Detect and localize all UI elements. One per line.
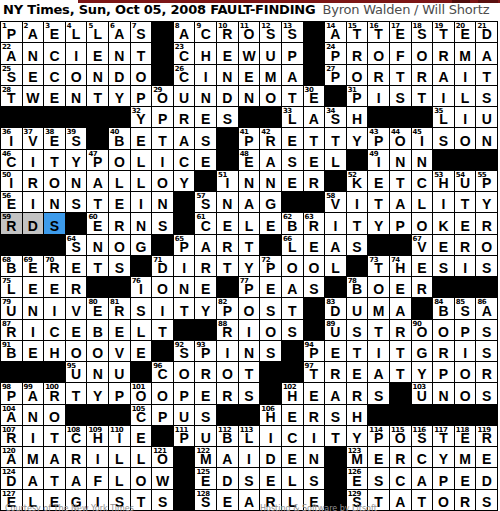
grid-cell[interactable]: 43P: [368, 128, 389, 148]
grid-cell[interactable]: 5L: [87, 22, 108, 42]
grid-cell[interactable]: A: [66, 468, 87, 488]
grid-cell[interactable]: S: [195, 128, 216, 148]
grid-cell[interactable]: L: [325, 150, 346, 170]
grid-cell[interactable]: S: [347, 320, 368, 340]
grid-cell[interactable]: 7S: [131, 22, 152, 42]
grid-cell[interactable]: P: [109, 383, 130, 403]
grid-cell[interactable]: 110I: [109, 426, 130, 446]
grid-cell[interactable]: N: [23, 405, 44, 425]
grid-cell[interactable]: 125E: [195, 468, 216, 488]
grid-cell[interactable]: S: [282, 150, 303, 170]
grid-cell[interactable]: U: [195, 426, 216, 446]
grid-cell[interactable]: T: [239, 362, 260, 382]
grid-cell[interactable]: I: [152, 150, 173, 170]
grid-cell[interactable]: I: [131, 192, 152, 212]
grid-cell[interactable]: Y: [412, 362, 433, 382]
grid-cell[interactable]: U: [260, 43, 281, 63]
grid-cell[interactable]: 18S: [412, 22, 433, 42]
grid-cell[interactable]: N: [217, 192, 238, 212]
grid-cell[interactable]: R: [325, 362, 346, 382]
grid-cell[interactable]: T: [390, 171, 411, 191]
grid-cell[interactable]: 6A: [109, 22, 130, 42]
grid-cell[interactable]: L: [282, 468, 303, 488]
grid-cell[interactable]: 31P: [347, 86, 368, 106]
grid-cell[interactable]: F: [87, 468, 108, 488]
grid-cell[interactable]: H: [195, 43, 216, 63]
grid-cell[interactable]: 64S: [66, 235, 87, 255]
grid-cell[interactable]: S: [239, 468, 260, 488]
grid-cell[interactable]: T: [412, 86, 433, 106]
grid-cell[interactable]: R: [368, 65, 389, 85]
grid-cell[interactable]: O: [260, 86, 281, 106]
grid-cell[interactable]: N: [390, 150, 411, 170]
grid-cell[interactable]: S: [347, 235, 368, 255]
grid-cell[interactable]: 50I: [1, 171, 22, 191]
grid-cell[interactable]: T: [476, 65, 497, 85]
grid-cell[interactable]: E: [282, 405, 303, 425]
grid-cell[interactable]: N: [239, 171, 260, 191]
grid-cell[interactable]: L: [455, 86, 476, 106]
grid-cell[interactable]: 23C: [174, 43, 195, 63]
grid-cell[interactable]: 14A: [325, 22, 346, 42]
grid-cell[interactable]: E: [304, 383, 325, 403]
grid-cell[interactable]: S: [282, 320, 303, 340]
grid-cell[interactable]: E: [347, 362, 368, 382]
grid-cell[interactable]: I: [347, 192, 368, 212]
grid-cell[interactable]: 124D: [1, 468, 22, 488]
grid-cell[interactable]: I: [66, 43, 87, 63]
grid-cell[interactable]: 75L: [1, 277, 22, 297]
grid-cell[interactable]: A: [195, 235, 216, 255]
grid-cell[interactable]: O: [476, 235, 497, 255]
grid-cell[interactable]: 27P: [325, 65, 346, 85]
grid-cell[interactable]: P: [433, 468, 454, 488]
grid-cell[interactable]: O: [152, 383, 173, 403]
grid-cell[interactable]: 88R: [217, 320, 238, 340]
grid-cell[interactable]: S: [476, 341, 497, 361]
grid-cell[interactable]: 41P: [239, 128, 260, 148]
grid-cell[interactable]: R: [433, 341, 454, 361]
grid-cell[interactable]: 109H: [87, 426, 108, 446]
grid-cell[interactable]: A: [390, 192, 411, 212]
grid-cell[interactable]: N: [260, 171, 281, 191]
grid-cell[interactable]: E: [325, 341, 346, 361]
grid-cell[interactable]: T: [304, 128, 325, 148]
grid-cell[interactable]: 100R: [44, 383, 65, 403]
grid-cell[interactable]: Y: [174, 171, 195, 191]
grid-cell[interactable]: M: [455, 43, 476, 63]
grid-cell[interactable]: 93P: [195, 341, 216, 361]
grid-cell[interactable]: Y: [368, 213, 389, 233]
grid-cell[interactable]: I: [260, 426, 281, 446]
grid-cell[interactable]: I: [23, 320, 44, 340]
grid-cell[interactable]: 47P: [87, 150, 108, 170]
grid-cell[interactable]: R: [23, 171, 44, 191]
grid-cell[interactable]: 96C: [152, 362, 173, 382]
grid-cell[interactable]: 33L: [282, 107, 303, 127]
grid-cell[interactable]: T: [44, 150, 65, 170]
grid-cell[interactable]: M: [368, 298, 389, 318]
grid-cell[interactable]: T: [282, 298, 303, 318]
grid-cell[interactable]: T: [347, 213, 368, 233]
grid-cell[interactable]: 113L: [239, 426, 260, 446]
grid-cell[interactable]: R: [109, 213, 130, 233]
grid-cell[interactable]: 78B: [347, 277, 368, 297]
grid-cell[interactable]: S: [109, 256, 130, 276]
grid-cell[interactable]: 62B: [282, 213, 303, 233]
grid-cell[interactable]: O: [131, 468, 152, 488]
grid-cell[interactable]: 26C: [174, 65, 195, 85]
grid-cell[interactable]: 22A: [1, 43, 22, 63]
grid-cell[interactable]: C: [44, 65, 65, 85]
grid-cell[interactable]: T: [390, 341, 411, 361]
grid-cell[interactable]: T: [87, 192, 108, 212]
grid-cell[interactable]: S: [304, 468, 325, 488]
grid-cell[interactable]: O: [66, 341, 87, 361]
grid-cell[interactable]: R: [476, 362, 497, 382]
grid-cell[interactable]: R: [347, 383, 368, 403]
grid-cell[interactable]: S: [239, 383, 260, 403]
grid-cell[interactable]: 16T: [368, 22, 389, 42]
grid-cell[interactable]: F: [390, 43, 411, 63]
grid-cell[interactable]: N: [87, 65, 108, 85]
grid-cell[interactable]: 98P: [1, 383, 22, 403]
grid-cell[interactable]: U: [109, 362, 130, 382]
grid-cell[interactable]: O: [66, 65, 87, 85]
grid-cell[interactable]: E: [455, 468, 476, 488]
grid-cell[interactable]: O: [412, 43, 433, 63]
grid-cell[interactable]: 10R: [217, 22, 238, 42]
grid-cell[interactable]: E: [195, 383, 216, 403]
grid-cell[interactable]: 29O: [152, 86, 173, 106]
grid-cell[interactable]: T: [455, 192, 476, 212]
grid-cell[interactable]: A: [239, 192, 260, 212]
grid-cell[interactable]: 97T: [304, 362, 325, 382]
grid-cell[interactable]: 120A: [1, 447, 22, 467]
grid-cell[interactable]: P: [455, 320, 476, 340]
grid-cell[interactable]: N: [23, 43, 44, 63]
grid-cell[interactable]: S: [304, 277, 325, 297]
grid-cell[interactable]: G: [260, 192, 281, 212]
grid-cell[interactable]: S: [476, 320, 497, 340]
grid-cell[interactable]: O: [412, 213, 433, 233]
grid-cell[interactable]: 20E: [455, 22, 476, 42]
grid-cell[interactable]: T: [368, 320, 389, 340]
grid-cell[interactable]: N: [66, 86, 87, 106]
grid-cell[interactable]: N: [131, 213, 152, 233]
grid-cell[interactable]: O: [217, 362, 238, 382]
grid-cell[interactable]: O: [109, 150, 130, 170]
grid-cell[interactable]: 30E: [304, 86, 325, 106]
grid-cell[interactable]: E: [476, 447, 497, 467]
grid-cell[interactable]: 74H: [390, 256, 411, 276]
grid-cell[interactable]: T: [239, 235, 260, 255]
grid-cell[interactable]: Y: [239, 256, 260, 276]
grid-cell[interactable]: O: [109, 235, 130, 255]
grid-cell[interactable]: B: [87, 320, 108, 340]
grid-cell[interactable]: R: [476, 213, 497, 233]
grid-cell[interactable]: T: [390, 65, 411, 85]
grid-cell[interactable]: R: [174, 107, 195, 127]
grid-cell[interactable]: 107R: [1, 426, 22, 446]
grid-cell[interactable]: E: [131, 128, 152, 148]
grid-cell[interactable]: N: [87, 235, 108, 255]
grid-cell[interactable]: R: [412, 277, 433, 297]
grid-cell[interactable]: Y: [109, 86, 130, 106]
grid-cell[interactable]: I: [304, 426, 325, 446]
grid-cell[interactable]: 70R: [44, 256, 65, 276]
grid-cell[interactable]: E: [282, 447, 303, 467]
grid-cell[interactable]: O: [368, 277, 389, 297]
grid-cell[interactable]: N: [433, 383, 454, 403]
grid-cell[interactable]: E: [23, 65, 44, 85]
grid-cell[interactable]: T: [368, 192, 389, 212]
grid-cell[interactable]: 83D: [325, 298, 346, 318]
grid-cell[interactable]: R: [433, 43, 454, 63]
grid-cell[interactable]: O: [87, 341, 108, 361]
grid-cell[interactable]: 15T: [347, 22, 368, 42]
grid-cell[interactable]: O: [260, 320, 281, 340]
grid-cell[interactable]: I: [455, 256, 476, 276]
grid-cell[interactable]: 92S: [174, 341, 195, 361]
grid-cell[interactable]: I: [368, 341, 389, 361]
grid-cell[interactable]: O: [304, 256, 325, 276]
grid-cell[interactable]: W: [239, 43, 260, 63]
grid-cell[interactable]: 32Y: [131, 107, 152, 127]
grid-cell[interactable]: 17E: [390, 22, 411, 42]
grid-cell[interactable]: 63R: [304, 213, 325, 233]
grid-cell[interactable]: 90O: [412, 320, 433, 340]
grid-cell[interactable]: 12S: [260, 22, 281, 42]
grid-cell[interactable]: P: [174, 383, 195, 403]
grid-cell[interactable]: 25S: [1, 65, 22, 85]
grid-cell[interactable]: S: [476, 86, 497, 106]
grid-cell[interactable]: S: [152, 213, 173, 233]
grid-cell[interactable]: 2A: [23, 22, 44, 42]
grid-cell[interactable]: S: [195, 405, 216, 425]
grid-cell[interactable]: S: [390, 86, 411, 106]
grid-cell[interactable]: D: [476, 468, 497, 488]
grid-cell[interactable]: 81R: [109, 298, 130, 318]
grid-cell[interactable]: A: [44, 447, 65, 467]
grid-cell[interactable]: Y: [195, 298, 216, 318]
grid-cell[interactable]: 35L: [433, 107, 454, 127]
grid-cell[interactable]: Y: [66, 150, 87, 170]
grid-cell[interactable]: 121O: [152, 447, 173, 467]
grid-cell[interactable]: 28T: [1, 86, 22, 106]
grid-cell[interactable]: 82P: [217, 298, 238, 318]
grid-cell[interactable]: E: [390, 277, 411, 297]
grid-cell[interactable]: E: [109, 192, 130, 212]
grid-cell[interactable]: 45I: [412, 128, 433, 148]
grid-cell[interactable]: N: [239, 341, 260, 361]
grid-cell[interactable]: L: [109, 171, 130, 191]
grid-cell[interactable]: N: [87, 362, 108, 382]
grid-cell[interactable]: E: [282, 128, 303, 148]
grid-cell[interactable]: 87R: [1, 320, 22, 340]
grid-cell[interactable]: E: [455, 213, 476, 233]
grid-cell[interactable]: M: [455, 447, 476, 467]
grid-cell[interactable]: H: [347, 405, 368, 425]
grid-cell[interactable]: A: [304, 107, 325, 127]
grid-cell[interactable]: 13S: [282, 22, 303, 42]
grid-cell[interactable]: I: [195, 65, 216, 85]
grid-cell[interactable]: H: [44, 341, 65, 361]
grid-cell[interactable]: P: [282, 43, 303, 63]
grid-cell[interactable]: S: [476, 383, 497, 403]
grid-cell[interactable]: I: [23, 192, 44, 212]
grid-cell[interactable]: I: [368, 86, 389, 106]
grid-cell[interactable]: E: [260, 277, 281, 297]
grid-cell[interactable]: T: [390, 362, 411, 382]
grid-cell[interactable]: N: [476, 128, 497, 148]
grid-cell[interactable]: E: [23, 341, 44, 361]
grid-cell[interactable]: O: [239, 298, 260, 318]
grid-cell[interactable]: 115O: [390, 426, 411, 446]
grid-cell[interactable]: R: [304, 171, 325, 191]
grid-cell[interactable]: L: [109, 468, 130, 488]
grid-cell[interactable]: O: [152, 277, 173, 297]
grid-cell[interactable]: N: [412, 150, 433, 170]
grid-cell[interactable]: O: [455, 128, 476, 148]
grid-cell[interactable]: E: [239, 65, 260, 85]
grid-cell[interactable]: R: [195, 362, 216, 382]
grid-cell[interactable]: 52K: [347, 171, 368, 191]
grid-cell[interactable]: L: [131, 447, 152, 467]
grid-cell[interactable]: P: [131, 86, 152, 106]
grid-cell[interactable]: I: [455, 107, 476, 127]
grid-cell[interactable]: 112B: [217, 426, 238, 446]
grid-cell[interactable]: H: [347, 107, 368, 127]
grid-cell[interactable]: S: [476, 256, 497, 276]
grid-cell[interactable]: G: [131, 235, 152, 255]
grid-cell[interactable]: I: [433, 86, 454, 106]
grid-cell[interactable]: E: [412, 256, 433, 276]
grid-cell[interactable]: D: [109, 65, 130, 85]
grid-cell[interactable]: T: [44, 468, 65, 488]
grid-cell[interactable]: 66L: [282, 235, 303, 255]
grid-cell[interactable]: I: [174, 256, 195, 276]
grid-cell[interactable]: E: [260, 468, 281, 488]
grid-cell[interactable]: S: [260, 341, 281, 361]
grid-cell[interactable]: R: [347, 43, 368, 63]
grid-cell[interactable]: 1P: [1, 22, 22, 42]
grid-cell[interactable]: 34S: [325, 107, 346, 127]
grid-cell[interactable]: I: [217, 341, 238, 361]
grid-cell[interactable]: 102H: [282, 383, 303, 403]
grid-cell[interactable]: 117T: [433, 426, 454, 446]
grid-cell[interactable]: 105C: [131, 405, 152, 425]
grid-cell[interactable]: E: [195, 107, 216, 127]
grid-cell[interactable]: A: [282, 277, 303, 297]
grid-cell[interactable]: I: [44, 298, 65, 318]
grid-cell[interactable]: 91B: [1, 341, 22, 361]
grid-cell[interactable]: P: [433, 362, 454, 382]
grid-cell[interactable]: E: [433, 235, 454, 255]
grid-cell[interactable]: 54U: [455, 171, 476, 191]
grid-cell[interactable]: 76I: [131, 277, 152, 297]
grid-cell[interactable]: E: [282, 171, 303, 191]
grid-cell[interactable]: T: [174, 298, 195, 318]
grid-cell[interactable]: E: [217, 213, 238, 233]
grid-cell[interactable]: D: [260, 447, 281, 467]
grid-cell[interactable]: Y: [87, 383, 108, 403]
grid-cell[interactable]: E: [260, 213, 281, 233]
grid-cell[interactable]: W: [152, 468, 173, 488]
grid-cell[interactable]: W: [23, 86, 44, 106]
grid-cell[interactable]: U: [174, 405, 195, 425]
grid-cell[interactable]: E: [368, 447, 389, 467]
grid-cell[interactable]: R: [390, 447, 411, 467]
grid-cell[interactable]: E: [66, 256, 87, 276]
grid-cell[interactable]: I: [152, 298, 173, 318]
grid-cell[interactable]: T: [131, 43, 152, 63]
grid-cell-cursor[interactable]: S: [44, 213, 65, 233]
grid-cell[interactable]: 95U: [66, 362, 87, 382]
grid-cell[interactable]: 69E: [23, 256, 44, 276]
grid-cell[interactable]: N: [152, 192, 173, 212]
grid-cell[interactable]: T: [325, 128, 346, 148]
grid-cell[interactable]: K: [433, 213, 454, 233]
grid-cell[interactable]: A: [368, 362, 389, 382]
grid-cell[interactable]: R: [455, 235, 476, 255]
grid-cell[interactable]: 4L: [66, 22, 87, 42]
grid-cell[interactable]: L: [109, 447, 130, 467]
grid-cell[interactable]: 86A: [476, 298, 497, 318]
grid-cell[interactable]: I: [87, 447, 108, 467]
grid-cell[interactable]: T: [347, 341, 368, 361]
grid-cell[interactable]: T: [44, 426, 65, 446]
grid-cell[interactable]: 24P: [325, 43, 346, 63]
grid-cell[interactable]: E: [44, 277, 65, 297]
grid-cell[interactable]: 94P: [304, 341, 325, 361]
grid-cell[interactable]: T: [325, 426, 346, 446]
grid-cell[interactable]: M: [260, 65, 281, 85]
grid-cell[interactable]: N: [66, 171, 87, 191]
grid-cell[interactable]: I: [433, 192, 454, 212]
grid-cell[interactable]: O: [455, 362, 476, 382]
grid-cell[interactable]: A: [325, 383, 346, 403]
grid-cell[interactable]: 119R: [476, 426, 497, 446]
grid-cell[interactable]: C: [390, 468, 411, 488]
grid-cell[interactable]: 39S: [66, 128, 87, 148]
grid-cell[interactable]: E: [87, 43, 108, 63]
grid-cell[interactable]: T: [87, 86, 108, 106]
grid-cell[interactable]: I: [455, 65, 476, 85]
grid-cell[interactable]: 79U: [1, 298, 22, 318]
grid-cell[interactable]: T: [152, 320, 173, 340]
grid-cell[interactable]: O: [174, 362, 195, 382]
grid-cell[interactable]: R: [66, 277, 87, 297]
grid-cell[interactable]: C: [44, 320, 65, 340]
grid-cell[interactable]: N: [239, 86, 260, 106]
grid-cell[interactable]: S: [433, 128, 454, 148]
grid-cell[interactable]: A: [390, 298, 411, 318]
grid-cell[interactable]: 84B: [433, 298, 454, 318]
grid-cell[interactable]: 8A: [174, 22, 195, 42]
grid-cell[interactable]: N: [195, 86, 216, 106]
grid-cell[interactable]: E: [217, 43, 238, 63]
grid-cell[interactable]: I: [239, 320, 260, 340]
grid-cell[interactable]: O: [44, 405, 65, 425]
grid-cell[interactable]: 122M: [195, 447, 216, 467]
grid-cell[interactable]: E: [195, 150, 216, 170]
grid-cell[interactable]: N: [44, 192, 65, 212]
crossword-grid[interactable]: 1P2A3E4L5L6A7S8A9C10R11O12S13S14A15T16T1…: [0, 21, 498, 511]
grid-cell[interactable]: 77P: [239, 277, 260, 297]
grid-cell[interactable]: R: [66, 447, 87, 467]
grid-cell[interactable]: D: [217, 468, 238, 488]
